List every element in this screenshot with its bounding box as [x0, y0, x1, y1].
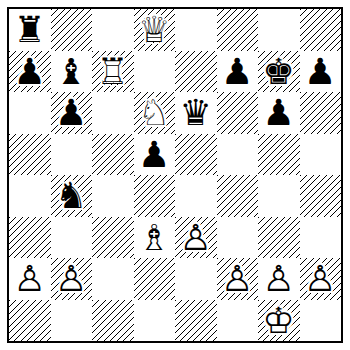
white-pawn-glyph: ♙ — [300, 258, 341, 299]
chess-board: ♜♜♛♕♟♟♝♝♜♖♟♟♚♚♟♟♟♟♞♘♛♛♟♟♟♟♞♞♝♗♟♙♟♙♟♙♟♙♟♙… — [9, 9, 341, 341]
square-d6[interactable]: ♞♘ — [134, 92, 176, 134]
white-queen-glyph: ♕ — [134, 9, 175, 50]
black-pawn-glyph: ♟ — [217, 51, 258, 92]
square-c6[interactable] — [92, 92, 134, 134]
square-e2[interactable] — [175, 258, 217, 300]
black-pawn-piece: ♟♟ — [258, 92, 299, 133]
white-pawn-piece: ♟♙ — [300, 258, 341, 299]
white-pawn-glyph: ♙ — [175, 217, 216, 258]
white-pawn-piece: ♟♙ — [258, 258, 299, 299]
white-bishop-piece: ♝♗ — [134, 217, 175, 258]
black-knight-piece: ♞♞ — [51, 175, 92, 216]
white-knight-piece: ♞♘ — [134, 92, 175, 133]
white-pawn-piece: ♟♙ — [9, 258, 50, 299]
square-h5[interactable] — [300, 134, 342, 176]
square-d7[interactable] — [134, 51, 176, 93]
square-g7[interactable]: ♚♚ — [258, 51, 300, 93]
square-g5[interactable] — [258, 134, 300, 176]
square-h2[interactable]: ♟♙ — [300, 258, 342, 300]
white-bishop-glyph: ♗ — [134, 217, 175, 258]
square-e4[interactable] — [175, 175, 217, 217]
white-pawn-glyph: ♙ — [258, 258, 299, 299]
black-pawn-glyph: ♟ — [9, 51, 50, 92]
square-e8[interactable] — [175, 9, 217, 51]
square-g1[interactable]: ♚♔ — [258, 300, 300, 342]
square-h4[interactable] — [300, 175, 342, 217]
white-queen-piece: ♛♕ — [134, 9, 175, 50]
square-g4[interactable] — [258, 175, 300, 217]
square-c3[interactable] — [92, 217, 134, 259]
black-bishop-glyph: ♝ — [51, 51, 92, 92]
black-pawn-piece: ♟♟ — [51, 92, 92, 133]
square-c5[interactable] — [92, 134, 134, 176]
black-queen-glyph: ♛ — [175, 92, 216, 133]
square-b6[interactable]: ♟♟ — [51, 92, 93, 134]
square-b4[interactable]: ♞♞ — [51, 175, 93, 217]
square-b5[interactable] — [51, 134, 93, 176]
square-e1[interactable] — [175, 300, 217, 342]
black-bishop-piece: ♝♝ — [51, 51, 92, 92]
black-pawn-glyph: ♟ — [134, 134, 175, 175]
square-b2[interactable]: ♟♙ — [51, 258, 93, 300]
square-c2[interactable] — [92, 258, 134, 300]
square-d5[interactable]: ♟♟ — [134, 134, 176, 176]
square-a5[interactable] — [9, 134, 51, 176]
square-g3[interactable] — [258, 217, 300, 259]
square-a8[interactable]: ♜♜ — [9, 9, 51, 51]
square-e3[interactable]: ♟♙ — [175, 217, 217, 259]
chess-diagram: ♜♜♛♕♟♟♝♝♜♖♟♟♚♚♟♟♟♟♞♘♛♛♟♟♟♟♞♞♝♗♟♙♟♙♟♙♟♙♟♙… — [7, 7, 343, 343]
square-g8[interactable] — [258, 9, 300, 51]
square-g2[interactable]: ♟♙ — [258, 258, 300, 300]
square-d8[interactable]: ♛♕ — [134, 9, 176, 51]
white-pawn-glyph: ♙ — [9, 258, 50, 299]
square-c8[interactable] — [92, 9, 134, 51]
square-e7[interactable] — [175, 51, 217, 93]
square-f4[interactable] — [217, 175, 259, 217]
square-h8[interactable] — [300, 9, 342, 51]
square-a2[interactable]: ♟♙ — [9, 258, 51, 300]
white-pawn-piece: ♟♙ — [175, 217, 216, 258]
square-g6[interactable]: ♟♟ — [258, 92, 300, 134]
square-d3[interactable]: ♝♗ — [134, 217, 176, 259]
square-a1[interactable] — [9, 300, 51, 342]
square-f3[interactable] — [217, 217, 259, 259]
black-king-piece: ♚♚ — [258, 51, 299, 92]
white-knight-glyph: ♘ — [134, 92, 175, 133]
square-b8[interactable] — [51, 9, 93, 51]
white-king-glyph: ♔ — [258, 300, 299, 341]
square-d4[interactable] — [134, 175, 176, 217]
black-knight-glyph: ♞ — [51, 175, 92, 216]
square-c7[interactable]: ♜♖ — [92, 51, 134, 93]
square-f6[interactable] — [217, 92, 259, 134]
black-rook-glyph: ♜ — [9, 9, 50, 50]
square-e5[interactable] — [175, 134, 217, 176]
white-pawn-glyph: ♙ — [51, 258, 92, 299]
square-a7[interactable]: ♟♟ — [9, 51, 51, 93]
white-king-piece: ♚♔ — [258, 300, 299, 341]
square-h6[interactable] — [300, 92, 342, 134]
square-a3[interactable] — [9, 217, 51, 259]
square-e6[interactable]: ♛♛ — [175, 92, 217, 134]
square-h1[interactable] — [300, 300, 342, 342]
white-rook-piece: ♜♖ — [92, 51, 133, 92]
black-pawn-piece: ♟♟ — [134, 134, 175, 175]
square-d2[interactable] — [134, 258, 176, 300]
square-c1[interactable] — [92, 300, 134, 342]
white-pawn-glyph: ♙ — [217, 258, 258, 299]
black-pawn-piece: ♟♟ — [217, 51, 258, 92]
square-f1[interactable] — [217, 300, 259, 342]
square-f2[interactable]: ♟♙ — [217, 258, 259, 300]
square-h3[interactable] — [300, 217, 342, 259]
square-a4[interactable] — [9, 175, 51, 217]
square-f7[interactable]: ♟♟ — [217, 51, 259, 93]
black-pawn-piece: ♟♟ — [300, 51, 341, 92]
white-pawn-piece: ♟♙ — [217, 258, 258, 299]
square-b1[interactable] — [51, 300, 93, 342]
square-b7[interactable]: ♝♝ — [51, 51, 93, 93]
white-rook-glyph: ♖ — [92, 51, 133, 92]
black-king-glyph: ♚ — [258, 51, 299, 92]
black-rook-piece: ♜♜ — [9, 9, 50, 50]
square-h7[interactable]: ♟♟ — [300, 51, 342, 93]
black-queen-piece: ♛♛ — [175, 92, 216, 133]
square-c4[interactable] — [92, 175, 134, 217]
black-pawn-glyph: ♟ — [258, 92, 299, 133]
black-pawn-glyph: ♟ — [300, 51, 341, 92]
black-pawn-glyph: ♟ — [51, 92, 92, 133]
square-f8[interactable] — [217, 9, 259, 51]
square-f5[interactable] — [217, 134, 259, 176]
white-pawn-piece: ♟♙ — [51, 258, 92, 299]
black-pawn-piece: ♟♟ — [9, 51, 50, 92]
square-a6[interactable] — [9, 92, 51, 134]
square-b3[interactable] — [51, 217, 93, 259]
square-d1[interactable] — [134, 300, 176, 342]
